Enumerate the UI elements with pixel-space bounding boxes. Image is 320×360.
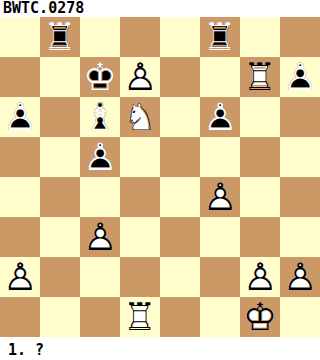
square-a1 <box>0 297 40 337</box>
black-rook: ♜♖ <box>200 17 240 57</box>
white-pawn: ♟♙ <box>80 217 120 257</box>
square-c7: ♚♔ <box>80 57 120 97</box>
square-b8: ♜♖ <box>40 17 80 57</box>
square-a4 <box>0 177 40 217</box>
square-a6: ♟♙ <box>0 97 40 137</box>
square-e1 <box>160 297 200 337</box>
square-b2 <box>40 257 80 297</box>
black-pawn: ♟♙ <box>80 137 120 177</box>
square-b1 <box>40 297 80 337</box>
black-pawn: ♟♙ <box>200 97 240 137</box>
black-bishop: ♝♗ <box>80 97 120 137</box>
square-b3 <box>40 217 80 257</box>
chess-board: ♜♖♜♖♚♔♟♙♜♖♟♙♟♙♝♗♞♘♟♙♟♙♟♙♟♙♟♙♟♙♟♙♜♖♚♔ <box>0 17 320 337</box>
square-f4: ♟♙ <box>200 177 240 217</box>
square-h5 <box>280 137 320 177</box>
square-b4 <box>40 177 80 217</box>
square-d3 <box>120 217 160 257</box>
black-pawn: ♟♙ <box>0 97 40 137</box>
white-knight: ♞♘ <box>120 97 160 137</box>
square-g5 <box>240 137 280 177</box>
chess-diagram-window: BWTC.0278 ♜♖♜♖♚♔♟♙♜♖♟♙♟♙♝♗♞♘♟♙♟♙♟♙♟♙♟♙♟♙… <box>0 0 320 360</box>
square-e8 <box>160 17 200 57</box>
white-pawn: ♟♙ <box>120 57 160 97</box>
square-h6 <box>280 97 320 137</box>
square-h2: ♟♙ <box>280 257 320 297</box>
white-rook: ♜♖ <box>120 297 160 337</box>
square-d8 <box>120 17 160 57</box>
square-e7 <box>160 57 200 97</box>
square-f1 <box>200 297 240 337</box>
square-e4 <box>160 177 200 217</box>
square-f2 <box>200 257 240 297</box>
square-a7 <box>0 57 40 97</box>
square-c1 <box>80 297 120 337</box>
square-h4 <box>280 177 320 217</box>
square-g4 <box>240 177 280 217</box>
square-d4 <box>120 177 160 217</box>
square-c2 <box>80 257 120 297</box>
square-e6 <box>160 97 200 137</box>
square-a5 <box>0 137 40 177</box>
square-g8 <box>240 17 280 57</box>
square-h3 <box>280 217 320 257</box>
square-h7: ♟♙ <box>280 57 320 97</box>
square-d2 <box>120 257 160 297</box>
square-b5 <box>40 137 80 177</box>
square-f5 <box>200 137 240 177</box>
square-e3 <box>160 217 200 257</box>
square-f8: ♜♖ <box>200 17 240 57</box>
square-c8 <box>80 17 120 57</box>
square-a8 <box>0 17 40 57</box>
move-prompt: 1. ? <box>0 337 320 360</box>
square-d1: ♜♖ <box>120 297 160 337</box>
square-f7 <box>200 57 240 97</box>
white-pawn: ♟♙ <box>200 177 240 217</box>
square-f6: ♟♙ <box>200 97 240 137</box>
square-e2 <box>160 257 200 297</box>
black-pawn: ♟♙ <box>280 57 320 97</box>
square-g6 <box>240 97 280 137</box>
white-king: ♚♔ <box>240 297 280 337</box>
square-d6: ♞♘ <box>120 97 160 137</box>
square-g3 <box>240 217 280 257</box>
black-king: ♚♔ <box>80 57 120 97</box>
square-b7 <box>40 57 80 97</box>
square-g2: ♟♙ <box>240 257 280 297</box>
white-pawn: ♟♙ <box>240 257 280 297</box>
square-c5: ♟♙ <box>80 137 120 177</box>
square-h1 <box>280 297 320 337</box>
square-a2: ♟♙ <box>0 257 40 297</box>
square-b6 <box>40 97 80 137</box>
white-pawn: ♟♙ <box>280 257 320 297</box>
square-h8 <box>280 17 320 57</box>
white-pawn: ♟♙ <box>0 257 40 297</box>
square-g1: ♚♔ <box>240 297 280 337</box>
square-f3 <box>200 217 240 257</box>
square-c3: ♟♙ <box>80 217 120 257</box>
square-c4 <box>80 177 120 217</box>
square-a3 <box>0 217 40 257</box>
square-g7: ♜♖ <box>240 57 280 97</box>
square-c6: ♝♗ <box>80 97 120 137</box>
square-d7: ♟♙ <box>120 57 160 97</box>
diagram-label: BWTC.0278 <box>0 0 320 17</box>
black-rook: ♜♖ <box>40 17 80 57</box>
white-rook: ♜♖ <box>240 57 280 97</box>
square-e5 <box>160 137 200 177</box>
square-d5 <box>120 137 160 177</box>
